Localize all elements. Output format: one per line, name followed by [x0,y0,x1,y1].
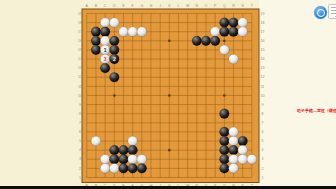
coordinate-label: 5 [262,139,264,143]
stone-white [210,27,220,37]
sphere-ring [317,9,325,17]
coordinate-label: 3 [262,157,264,161]
stone-black [220,109,230,119]
stone-black [119,154,129,164]
stone-white [229,164,239,174]
coordinate-label: 10 [78,94,82,98]
coordinate-label: 17 [78,30,82,34]
coordinate-label: Q [223,4,226,8]
coordinate-label: 12 [78,75,82,79]
stone-white [229,154,239,164]
stone-black [192,36,202,46]
stone-black [109,154,119,164]
coordinate-label: 2 [79,167,81,171]
side-panel [259,0,336,186]
stone-black [100,63,110,73]
blue-sphere-icon[interactable] [314,6,327,19]
bottom-bar [0,186,336,189]
coordinate-label: L [178,4,180,8]
hoshi-point [168,40,171,43]
coordinate-label: 7 [79,121,81,125]
stone-black [220,127,230,137]
stone-black [128,145,138,155]
hoshi-point [223,94,226,97]
stone-white [137,27,147,37]
hoshi-point [168,94,171,97]
stone-black [229,145,239,155]
stone-black [109,36,119,46]
stone-black [238,136,248,146]
coordinate-label: 8 [79,112,81,116]
stone-white [109,164,119,174]
lesson-title: 吃子手筋—宽征（缓征） [297,108,336,114]
board-svg[interactable]: AABBCCDDEEFFGGHHJJKKLLMMNNOOPPQQRRSSTT19… [74,0,266,189]
stone-white [229,127,239,137]
stone-white [100,18,110,28]
stone-black [220,164,230,174]
coordinate-label: P [214,4,217,8]
coordinate-label: D [113,4,116,8]
stone-black [109,145,119,155]
hoshi-point [168,149,171,152]
stone-black [220,145,230,155]
coordinate-label: 15 [261,48,265,52]
coordinate-label: G [140,4,143,8]
stone-white [137,154,147,164]
stone-black [210,36,220,46]
coordinate-label: 11 [261,85,265,89]
coordinate-label: 19 [261,12,265,16]
stone-black [220,18,230,28]
coordinate-label: 1 [79,176,81,180]
stone-black [201,36,211,46]
stone-black [91,36,101,46]
stone-black [229,27,239,37]
move-number-mark: 3 [104,56,107,62]
move-number-mark: 2 [113,56,116,62]
stone-white [100,164,110,174]
stone-white [128,154,138,164]
stone-white [229,54,239,64]
stone-black [91,27,101,37]
stone-white [238,27,248,37]
stone-black [119,164,129,174]
stone-black [91,45,101,55]
coordinate-label: 7 [262,121,264,125]
coordinate-label: 18 [78,21,82,25]
note-line [331,10,336,11]
coordinate-label: A [86,4,89,8]
coordinate-label: O [205,4,208,8]
stone-black [100,27,110,37]
stone-black [119,145,129,155]
coordinate-label: C [104,4,107,8]
stone-white [100,36,110,46]
coordinate-label: M [186,4,189,8]
coordinate-label: N [196,4,199,8]
stone-black [109,72,119,82]
coordinate-label: 13 [261,66,265,70]
move-number-mark: 1 [104,47,107,53]
coordinate-label: 17 [261,30,265,34]
coordinate-label: H [150,4,153,8]
coordinate-label: 4 [79,148,81,152]
coordinate-label: S [241,4,244,8]
coordinate-label: 16 [78,39,82,43]
coordinate-label: J [159,4,161,8]
stone-white [109,18,119,28]
coordinate-label: 6 [79,130,81,134]
coordinate-label: 14 [261,57,265,61]
stone-black [220,154,230,164]
coordinate-label: F [132,4,135,8]
coordinate-label: T [251,4,254,8]
note-line [331,13,336,14]
stone-white [247,154,257,164]
coordinate-label: 2 [262,167,264,171]
stone-white [128,27,138,37]
coordinate-label: 14 [78,57,82,61]
coordinate-label: 6 [262,130,264,134]
go-board[interactable]: AABBCCDDEEFFGGHHJJKKLLMMNNOOPPQQRRSSTT19… [78,4,265,188]
coordinate-label: R [232,4,235,8]
stone-black [220,27,230,37]
stone-white [220,45,230,55]
stage: AABBCCDDEEFFGGHHJJKKLLMMNNOOPPQQRRSSTT19… [0,0,336,189]
stone-black [109,45,119,55]
coordinate-label: 9 [79,103,81,107]
stone-white [229,136,239,146]
coordinate-label: 13 [78,66,82,70]
hoshi-point [223,40,226,43]
stone-black [137,164,147,174]
coordinate-label: 18 [261,21,265,25]
stone-white [238,18,248,28]
coordinate-label: 4 [262,148,264,152]
coordinate-label: 19 [78,12,82,16]
coordinate-label: 8 [262,112,264,116]
stone-white [91,136,101,146]
kifu-note-icon[interactable] [328,4,336,19]
coordinate-label: 3 [79,157,81,161]
stone-white [119,27,129,37]
stone-white [238,145,248,155]
stone-black [220,136,230,146]
coordinate-label: 1 [262,176,264,180]
stone-white [128,136,138,146]
coordinate-label: 9 [262,103,264,107]
coordinate-label: 10 [261,94,265,98]
coordinate-label: 11 [78,85,82,89]
hoshi-point [113,94,116,97]
coordinate-label: 16 [261,39,265,43]
coordinate-label: K [168,4,171,8]
coordinate-label: 12 [261,75,265,79]
coordinate-label: 5 [79,139,81,143]
stone-black [128,164,138,174]
stone-black [229,18,239,28]
stone-white [238,154,248,164]
note-line [331,7,336,8]
coordinate-label: 15 [78,48,82,52]
coordinate-label: B [95,4,98,8]
stone-white [100,154,110,164]
coordinate-label: E [122,4,125,8]
